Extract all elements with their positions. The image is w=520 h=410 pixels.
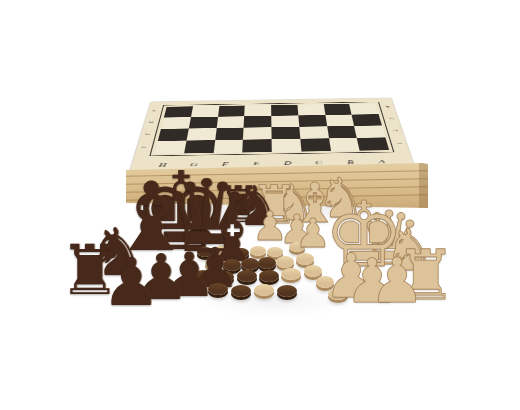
- checker-light-disc: [281, 268, 301, 280]
- board-square: [300, 138, 330, 151]
- board-square: [272, 139, 302, 152]
- checker-light-disc: [296, 253, 314, 265]
- board-square: [298, 115, 327, 127]
- board-square: [323, 104, 351, 115]
- board-square: [325, 115, 354, 127]
- file-label: A: [365, 158, 398, 164]
- board-grid: [154, 104, 389, 154]
- board-square: [186, 128, 216, 140]
- board-square: [242, 139, 271, 152]
- checker-dark-disc: [231, 285, 251, 297]
- board-square: [215, 128, 244, 140]
- board-square: [297, 104, 325, 115]
- board-square: [243, 127, 271, 139]
- rank-label: 2: [134, 131, 163, 137]
- board-inner-border: [149, 102, 394, 156]
- rank-label: 4: [374, 104, 401, 109]
- checker-light-disc: [254, 284, 274, 296]
- piece-light-pawn: ♟: [369, 257, 425, 304]
- checker-light-disc: [276, 256, 294, 268]
- rank-label: 3: [377, 116, 405, 122]
- board-square: [189, 117, 218, 129]
- rank-label: 1: [384, 140, 414, 146]
- board-square: [329, 138, 360, 151]
- checker-dark-disc: [259, 270, 279, 282]
- board-square: [299, 126, 328, 138]
- board-square: [271, 105, 298, 116]
- checker-dark-disc: [258, 257, 276, 269]
- board-square: [191, 106, 219, 117]
- product-photo-chess-set: HGFEDCBA 4321 4321 ♜♞♝♚♛♟♟♟♟♝♟♜♞♜♞♝♞♟♟♟♚…: [0, 0, 520, 410]
- file-label: C: [303, 159, 335, 165]
- board-square: [218, 106, 245, 117]
- file-label: B: [334, 159, 366, 165]
- checker-dark-disc: [237, 270, 257, 282]
- rank-label: 4: [141, 108, 168, 113]
- checker-light-disc: [304, 265, 322, 277]
- board-square: [244, 105, 271, 116]
- board-square: [327, 126, 357, 138]
- board-square: [216, 116, 244, 128]
- piece-dark-pawn: ♟: [101, 257, 160, 307]
- rank-label: 2: [380, 128, 409, 134]
- board-square: [244, 116, 272, 128]
- board-square: [271, 115, 299, 127]
- checker-dark-disc: [277, 285, 297, 297]
- checker-dark-disc: [241, 258, 259, 270]
- board-square: [271, 127, 300, 139]
- rank-label: 3: [138, 119, 166, 125]
- file-label: D: [272, 160, 304, 166]
